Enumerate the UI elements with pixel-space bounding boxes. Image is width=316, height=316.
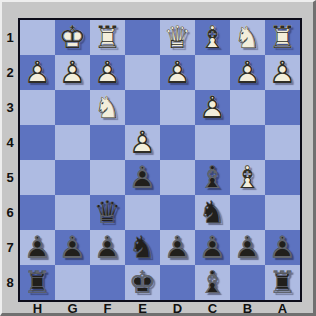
white-pawn-glyph-outline: ♙ <box>160 55 195 90</box>
square-e1[interactable] <box>125 20 160 55</box>
black-rook-glyph-outline: ♖ <box>265 265 300 300</box>
black-pawn-piece[interactable]: ♟♙ <box>55 230 90 265</box>
black-pawn-piece[interactable]: ♟♙ <box>90 230 125 265</box>
square-f7[interactable]: ♟♙ <box>90 230 125 265</box>
white-pawn-glyph-outline: ♙ <box>125 125 160 160</box>
square-b6[interactable] <box>230 195 265 230</box>
black-bishop-piece[interactable]: ♝♗ <box>195 160 230 195</box>
white-bishop-glyph-outline: ♗ <box>195 20 230 55</box>
square-g6[interactable] <box>55 195 90 230</box>
white-bishop-glyph-fill: ♝ <box>195 20 230 55</box>
black-pawn-glyph-fill: ♟ <box>20 230 55 265</box>
square-h2[interactable]: ♟♙ <box>20 55 55 90</box>
white-pawn-glyph-fill: ♟ <box>55 55 90 90</box>
file-label-c: C <box>195 302 230 315</box>
rank-labels: 12345678 <box>2 20 18 300</box>
square-d2[interactable]: ♟♙ <box>160 55 195 90</box>
file-label-h: H <box>20 302 55 315</box>
white-pawn-piece[interactable]: ♟♙ <box>195 90 230 125</box>
square-g1[interactable]: ♚♔ <box>55 20 90 55</box>
black-rook-piece[interactable]: ♜♖ <box>20 265 55 300</box>
white-pawn-piece[interactable]: ♟♙ <box>160 55 195 90</box>
black-bishop-piece[interactable]: ♝♗ <box>195 265 230 300</box>
white-pawn-glyph-outline: ♙ <box>55 55 90 90</box>
square-a7[interactable]: ♟♙ <box>265 230 300 265</box>
white-rook-glyph-fill: ♜ <box>265 20 300 55</box>
square-a1[interactable]: ♜♖ <box>265 20 300 55</box>
square-d7[interactable]: ♟♙ <box>160 230 195 265</box>
square-d6[interactable] <box>160 195 195 230</box>
square-e4[interactable]: ♟♙ <box>125 125 160 160</box>
black-pawn-glyph-fill: ♟ <box>125 160 160 195</box>
black-knight-glyph-fill: ♞ <box>195 195 230 230</box>
black-knight-piece[interactable]: ♞♘ <box>125 230 160 265</box>
file-label-a: A <box>265 302 300 315</box>
rank-label-3: 3 <box>2 90 18 125</box>
black-pawn-glyph-fill: ♟ <box>265 230 300 265</box>
square-c8[interactable]: ♝♗ <box>195 265 230 300</box>
white-pawn-piece[interactable]: ♟♙ <box>265 55 300 90</box>
black-bishop-glyph-fill: ♝ <box>195 160 230 195</box>
black-queen-glyph-outline: ♕ <box>90 195 125 230</box>
black-pawn-glyph-fill: ♟ <box>230 230 265 265</box>
white-pawn-glyph-fill: ♟ <box>20 55 55 90</box>
rank-label-1: 1 <box>2 20 18 55</box>
square-f8[interactable] <box>90 265 125 300</box>
file-label-g: G <box>55 302 90 315</box>
white-rook-glyph-outline: ♖ <box>265 20 300 55</box>
black-knight-glyph-outline: ♘ <box>195 195 230 230</box>
square-e3[interactable] <box>125 90 160 125</box>
white-pawn-glyph-outline: ♙ <box>265 55 300 90</box>
square-h7[interactable]: ♟♙ <box>20 230 55 265</box>
square-g2[interactable]: ♟♙ <box>55 55 90 90</box>
white-knight-glyph-outline: ♘ <box>90 90 125 125</box>
white-bishop-glyph-outline: ♗ <box>230 160 265 195</box>
square-d1[interactable]: ♛♕ <box>160 20 195 55</box>
black-pawn-piece[interactable]: ♟♙ <box>195 230 230 265</box>
black-knight-glyph-outline: ♘ <box>125 230 160 265</box>
square-b5[interactable]: ♝♗ <box>230 160 265 195</box>
square-c7[interactable]: ♟♙ <box>195 230 230 265</box>
black-pawn-glyph-outline: ♙ <box>55 230 90 265</box>
white-queen-glyph-fill: ♛ <box>160 20 195 55</box>
square-e7[interactable]: ♞♘ <box>125 230 160 265</box>
square-c4[interactable] <box>195 125 230 160</box>
black-pawn-glyph-fill: ♟ <box>55 230 90 265</box>
square-d8[interactable] <box>160 265 195 300</box>
white-pawn-piece[interactable]: ♟♙ <box>55 55 90 90</box>
white-bishop-piece[interactable]: ♝♗ <box>195 20 230 55</box>
black-king-glyph-outline: ♔ <box>125 265 160 300</box>
square-g7[interactable]: ♟♙ <box>55 230 90 265</box>
white-pawn-piece[interactable]: ♟♙ <box>90 55 125 90</box>
white-knight-glyph-fill: ♞ <box>230 20 265 55</box>
square-h5[interactable] <box>20 160 55 195</box>
square-f3[interactable]: ♞♘ <box>90 90 125 125</box>
black-pawn-piece[interactable]: ♟♙ <box>160 230 195 265</box>
white-pawn-glyph-fill: ♟ <box>125 125 160 160</box>
white-pawn-glyph-outline: ♙ <box>90 55 125 90</box>
white-knight-glyph-outline: ♘ <box>230 20 265 55</box>
square-e2[interactable] <box>125 55 160 90</box>
black-queen-glyph-fill: ♛ <box>90 195 125 230</box>
square-b2[interactable]: ♟♙ <box>230 55 265 90</box>
square-h1[interactable] <box>20 20 55 55</box>
square-f1[interactable]: ♜♖ <box>90 20 125 55</box>
black-pawn-piece[interactable]: ♟♙ <box>125 160 160 195</box>
black-rook-glyph-outline: ♖ <box>20 265 55 300</box>
black-queen-piece[interactable]: ♛♕ <box>90 195 125 230</box>
file-label-f: F <box>90 302 125 315</box>
white-pawn-glyph-fill: ♟ <box>230 55 265 90</box>
black-bishop-glyph-fill: ♝ <box>195 265 230 300</box>
black-pawn-piece[interactable]: ♟♙ <box>265 230 300 265</box>
square-d3[interactable] <box>160 90 195 125</box>
square-g5[interactable] <box>55 160 90 195</box>
square-e8[interactable]: ♚♔ <box>125 265 160 300</box>
white-knight-piece[interactable]: ♞♘ <box>230 20 265 55</box>
square-a3[interactable] <box>265 90 300 125</box>
black-bishop-glyph-outline: ♗ <box>195 265 230 300</box>
square-e5[interactable]: ♟♙ <box>125 160 160 195</box>
square-f5[interactable] <box>90 160 125 195</box>
white-pawn-glyph-outline: ♙ <box>195 90 230 125</box>
black-pawn-piece[interactable]: ♟♙ <box>20 230 55 265</box>
square-c5[interactable]: ♝♗ <box>195 160 230 195</box>
square-b7[interactable]: ♟♙ <box>230 230 265 265</box>
white-knight-glyph-fill: ♞ <box>90 90 125 125</box>
white-rook-glyph-fill: ♜ <box>90 20 125 55</box>
white-king-glyph-outline: ♔ <box>55 20 90 55</box>
square-f6[interactable]: ♛♕ <box>90 195 125 230</box>
white-rook-piece[interactable]: ♜♖ <box>90 20 125 55</box>
square-c6[interactable]: ♞♘ <box>195 195 230 230</box>
square-h6[interactable] <box>20 195 55 230</box>
white-queen-piece[interactable]: ♛♕ <box>160 20 195 55</box>
rank-label-6: 6 <box>2 195 18 230</box>
black-pawn-glyph-outline: ♙ <box>160 230 195 265</box>
rank-label-4: 4 <box>2 125 18 160</box>
black-pawn-glyph-fill: ♟ <box>90 230 125 265</box>
square-d4[interactable] <box>160 125 195 160</box>
file-label-b: B <box>230 302 265 315</box>
white-rook-glyph-outline: ♖ <box>90 20 125 55</box>
black-knight-glyph-fill: ♞ <box>125 230 160 265</box>
black-pawn-glyph-outline: ♙ <box>125 160 160 195</box>
white-pawn-piece[interactable]: ♟♙ <box>20 55 55 90</box>
square-b1[interactable]: ♞♘ <box>230 20 265 55</box>
black-pawn-glyph-outline: ♙ <box>195 230 230 265</box>
black-knight-piece[interactable]: ♞♘ <box>195 195 230 230</box>
black-pawn-glyph-outline: ♙ <box>90 230 125 265</box>
white-pawn-piece[interactable]: ♟♙ <box>230 55 265 90</box>
rank-label-8: 8 <box>2 265 18 300</box>
file-label-d: D <box>160 302 195 315</box>
white-king-piece[interactable]: ♚♔ <box>55 20 90 55</box>
black-rook-piece[interactable]: ♜♖ <box>265 265 300 300</box>
white-bishop-piece[interactable]: ♝♗ <box>230 160 265 195</box>
square-a4[interactable] <box>265 125 300 160</box>
white-rook-piece[interactable]: ♜♖ <box>265 20 300 55</box>
white-pawn-glyph-outline: ♙ <box>20 55 55 90</box>
square-c2[interactable] <box>195 55 230 90</box>
black-pawn-piece[interactable]: ♟♙ <box>230 230 265 265</box>
white-queen-glyph-outline: ♕ <box>160 20 195 55</box>
white-king-glyph-fill: ♚ <box>55 20 90 55</box>
rank-label-2: 2 <box>2 55 18 90</box>
white-pawn-glyph-fill: ♟ <box>160 55 195 90</box>
white-pawn-glyph-fill: ♟ <box>90 55 125 90</box>
black-pawn-glyph-fill: ♟ <box>195 230 230 265</box>
white-bishop-glyph-fill: ♝ <box>230 160 265 195</box>
black-king-glyph-fill: ♚ <box>125 265 160 300</box>
square-f4[interactable] <box>90 125 125 160</box>
rank-label-7: 7 <box>2 230 18 265</box>
rank-label-5: 5 <box>2 160 18 195</box>
square-a2[interactable]: ♟♙ <box>265 55 300 90</box>
square-a6[interactable] <box>265 195 300 230</box>
square-b8[interactable] <box>230 265 265 300</box>
black-pawn-glyph-outline: ♙ <box>265 230 300 265</box>
white-pawn-glyph-outline: ♙ <box>230 55 265 90</box>
square-a5[interactable] <box>265 160 300 195</box>
black-rook-glyph-fill: ♜ <box>265 265 300 300</box>
chessboard-panel: 12345678 ♚♔♜♖♛♕♝♗♞♘♜♖♟♙♟♙♟♙♟♙♟♙♟♙♞♘♟♙♟♙♟… <box>0 0 316 316</box>
white-pawn-glyph-fill: ♟ <box>195 90 230 125</box>
square-a8[interactable]: ♜♖ <box>265 265 300 300</box>
square-c1[interactable]: ♝♗ <box>195 20 230 55</box>
file-label-e: E <box>125 302 160 315</box>
black-bishop-glyph-outline: ♗ <box>195 160 230 195</box>
file-labels: HGFEDCBA <box>20 302 300 315</box>
square-e6[interactable] <box>125 195 160 230</box>
square-c3[interactable]: ♟♙ <box>195 90 230 125</box>
square-f2[interactable]: ♟♙ <box>90 55 125 90</box>
black-rook-glyph-fill: ♜ <box>20 265 55 300</box>
white-pawn-piece[interactable]: ♟♙ <box>125 125 160 160</box>
square-h8[interactable]: ♜♖ <box>20 265 55 300</box>
black-king-piece[interactable]: ♚♔ <box>125 265 160 300</box>
chess-board[interactable]: ♚♔♜♖♛♕♝♗♞♘♜♖♟♙♟♙♟♙♟♙♟♙♟♙♞♘♟♙♟♙♟♙♝♗♝♗♛♕♞♘… <box>18 18 302 302</box>
square-d5[interactable] <box>160 160 195 195</box>
black-pawn-glyph-outline: ♙ <box>20 230 55 265</box>
square-b4[interactable] <box>230 125 265 160</box>
white-pawn-glyph-fill: ♟ <box>265 55 300 90</box>
black-pawn-glyph-outline: ♙ <box>230 230 265 265</box>
square-g4[interactable] <box>55 125 90 160</box>
square-g3[interactable] <box>55 90 90 125</box>
square-h4[interactable] <box>20 125 55 160</box>
square-h3[interactable] <box>20 90 55 125</box>
black-pawn-glyph-fill: ♟ <box>160 230 195 265</box>
square-g8[interactable] <box>55 265 90 300</box>
square-b3[interactable] <box>230 90 265 125</box>
white-knight-piece[interactable]: ♞♘ <box>90 90 125 125</box>
